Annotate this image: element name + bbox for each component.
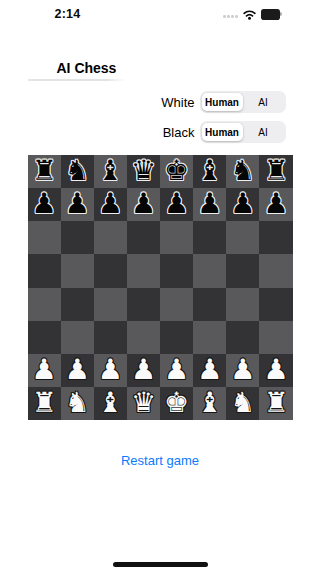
status-bar: 2:14 — [28, 0, 293, 24]
white-player-segmented-control: Human AI — [200, 91, 286, 113]
piece-black-knight: ♞ — [230, 155, 255, 187]
piece-black-pawn: ♟ — [164, 188, 189, 220]
piece-white-pawn: ♟ — [197, 354, 222, 386]
square-b3[interactable] — [61, 321, 94, 354]
square-a3[interactable] — [28, 321, 61, 354]
square-c8[interactable]: ♝ — [94, 155, 127, 188]
square-h5[interactable] — [259, 254, 292, 287]
square-e6[interactable] — [160, 221, 193, 254]
square-h7[interactable]: ♟ — [259, 188, 292, 221]
square-d1[interactable]: ♛ — [127, 387, 160, 420]
square-c6[interactable] — [94, 221, 127, 254]
piece-white-pawn: ♟ — [131, 354, 156, 386]
piece-black-pawn: ♟ — [263, 188, 288, 220]
square-b6[interactable] — [61, 221, 94, 254]
square-b4[interactable] — [61, 288, 94, 321]
square-c3[interactable] — [94, 321, 127, 354]
square-h6[interactable] — [259, 221, 292, 254]
square-d4[interactable] — [127, 288, 160, 321]
piece-black-pawn: ♟ — [197, 188, 222, 220]
piece-white-pawn: ♟ — [32, 354, 57, 386]
square-g8[interactable]: ♞ — [226, 155, 259, 188]
square-a7[interactable]: ♟ — [28, 188, 61, 221]
piece-black-rook: ♜ — [263, 155, 288, 187]
square-d2[interactable]: ♟ — [127, 354, 160, 387]
piece-black-knight: ♞ — [65, 155, 90, 187]
square-f5[interactable] — [193, 254, 226, 287]
piece-black-pawn: ♟ — [98, 188, 123, 220]
square-e4[interactable] — [160, 288, 193, 321]
app-screen: 2:14 AI Chess White Human AI — [28, 0, 293, 573]
piece-black-pawn: ♟ — [230, 188, 255, 220]
restart-game-button[interactable]: Restart game — [28, 453, 293, 468]
black-human-segment[interactable]: Human — [202, 123, 243, 141]
square-c2[interactable]: ♟ — [94, 354, 127, 387]
square-g5[interactable] — [226, 254, 259, 287]
status-icons — [223, 9, 282, 20]
square-b1[interactable]: ♞ — [61, 387, 94, 420]
square-h8[interactable]: ♜ — [259, 155, 292, 188]
piece-white-bishop: ♝ — [197, 387, 222, 419]
piece-white-king: ♚ — [164, 387, 189, 419]
square-d7[interactable]: ♟ — [127, 188, 160, 221]
square-h1[interactable]: ♜ — [259, 387, 292, 420]
piece-white-pawn: ♟ — [263, 354, 288, 386]
square-b5[interactable] — [61, 254, 94, 287]
square-e7[interactable]: ♟ — [160, 188, 193, 221]
black-player-segmented-control: Human AI — [200, 121, 286, 143]
square-a8[interactable]: ♜ — [28, 155, 61, 188]
square-g7[interactable]: ♟ — [226, 188, 259, 221]
square-g6[interactable] — [226, 221, 259, 254]
square-f2[interactable]: ♟ — [193, 354, 226, 387]
square-h3[interactable] — [259, 321, 292, 354]
square-g1[interactable]: ♞ — [226, 387, 259, 420]
white-ai-segment[interactable]: AI — [243, 93, 284, 111]
square-c1[interactable]: ♝ — [94, 387, 127, 420]
piece-black-bishop: ♝ — [98, 155, 123, 187]
square-f7[interactable]: ♟ — [193, 188, 226, 221]
piece-white-bishop: ♝ — [98, 387, 123, 419]
white-player-row: White Human AI — [161, 91, 285, 113]
square-d8[interactable]: ♛ — [127, 155, 160, 188]
square-h2[interactable]: ♟ — [259, 354, 292, 387]
square-h4[interactable] — [259, 288, 292, 321]
square-e5[interactable] — [160, 254, 193, 287]
square-f8[interactable]: ♝ — [193, 155, 226, 188]
square-d5[interactable] — [127, 254, 160, 287]
wifi-icon — [242, 9, 257, 20]
square-e8[interactable]: ♚ — [160, 155, 193, 188]
piece-white-rook: ♜ — [263, 387, 288, 419]
square-e1[interactable]: ♚ — [160, 387, 193, 420]
white-player-label: White — [161, 95, 194, 110]
square-f1[interactable]: ♝ — [193, 387, 226, 420]
page-title: AI Chess — [57, 60, 117, 76]
piece-white-pawn: ♟ — [98, 354, 123, 386]
header-divider — [28, 79, 126, 81]
square-c5[interactable] — [94, 254, 127, 287]
white-human-segment[interactable]: Human — [202, 93, 243, 111]
square-b8[interactable]: ♞ — [61, 155, 94, 188]
square-f3[interactable] — [193, 321, 226, 354]
piece-white-knight: ♞ — [65, 387, 90, 419]
piece-black-pawn: ♟ — [65, 188, 90, 220]
square-d3[interactable] — [127, 321, 160, 354]
piece-black-king: ♚ — [164, 155, 189, 187]
square-f6[interactable] — [193, 221, 226, 254]
status-time: 2:14 — [55, 7, 81, 21]
square-b7[interactable]: ♟ — [61, 188, 94, 221]
black-player-row: Black Human AI — [163, 121, 286, 143]
piece-white-pawn: ♟ — [164, 354, 189, 386]
piece-black-queen: ♛ — [131, 155, 156, 187]
square-e3[interactable] — [160, 321, 193, 354]
square-g4[interactable] — [226, 288, 259, 321]
square-d6[interactable] — [127, 221, 160, 254]
square-a1[interactable]: ♜ — [28, 387, 61, 420]
piece-black-pawn: ♟ — [32, 188, 57, 220]
square-e2[interactable]: ♟ — [160, 354, 193, 387]
square-c4[interactable] — [94, 288, 127, 321]
black-ai-segment[interactable]: AI — [243, 123, 284, 141]
piece-black-pawn: ♟ — [131, 188, 156, 220]
piece-black-rook: ♜ — [32, 155, 57, 187]
black-player-label: Black — [163, 125, 195, 140]
piece-black-bishop: ♝ — [197, 155, 222, 187]
piece-white-pawn: ♟ — [230, 354, 255, 386]
square-b2[interactable]: ♟ — [61, 354, 94, 387]
piece-white-pawn: ♟ — [65, 354, 90, 386]
home-indicator[interactable] — [113, 562, 208, 567]
square-a2[interactable]: ♟ — [28, 354, 61, 387]
chess-board: ♜♞♝♛♚♝♞♜♟♟♟♟♟♟♟♟♟♟♟♟♟♟♟♟♜♞♝♛♚♝♞♜ — [28, 155, 293, 420]
piece-white-queen: ♛ — [131, 387, 156, 419]
battery-icon — [261, 9, 282, 20]
piece-white-rook: ♜ — [32, 387, 57, 419]
square-a6[interactable] — [28, 221, 61, 254]
square-a4[interactable] — [28, 288, 61, 321]
square-a5[interactable] — [28, 254, 61, 287]
cellular-signal-icon — [223, 10, 238, 20]
square-c7[interactable]: ♟ — [94, 188, 127, 221]
piece-white-knight: ♞ — [230, 387, 255, 419]
square-f4[interactable] — [193, 288, 226, 321]
square-g2[interactable]: ♟ — [226, 354, 259, 387]
square-g3[interactable] — [226, 321, 259, 354]
